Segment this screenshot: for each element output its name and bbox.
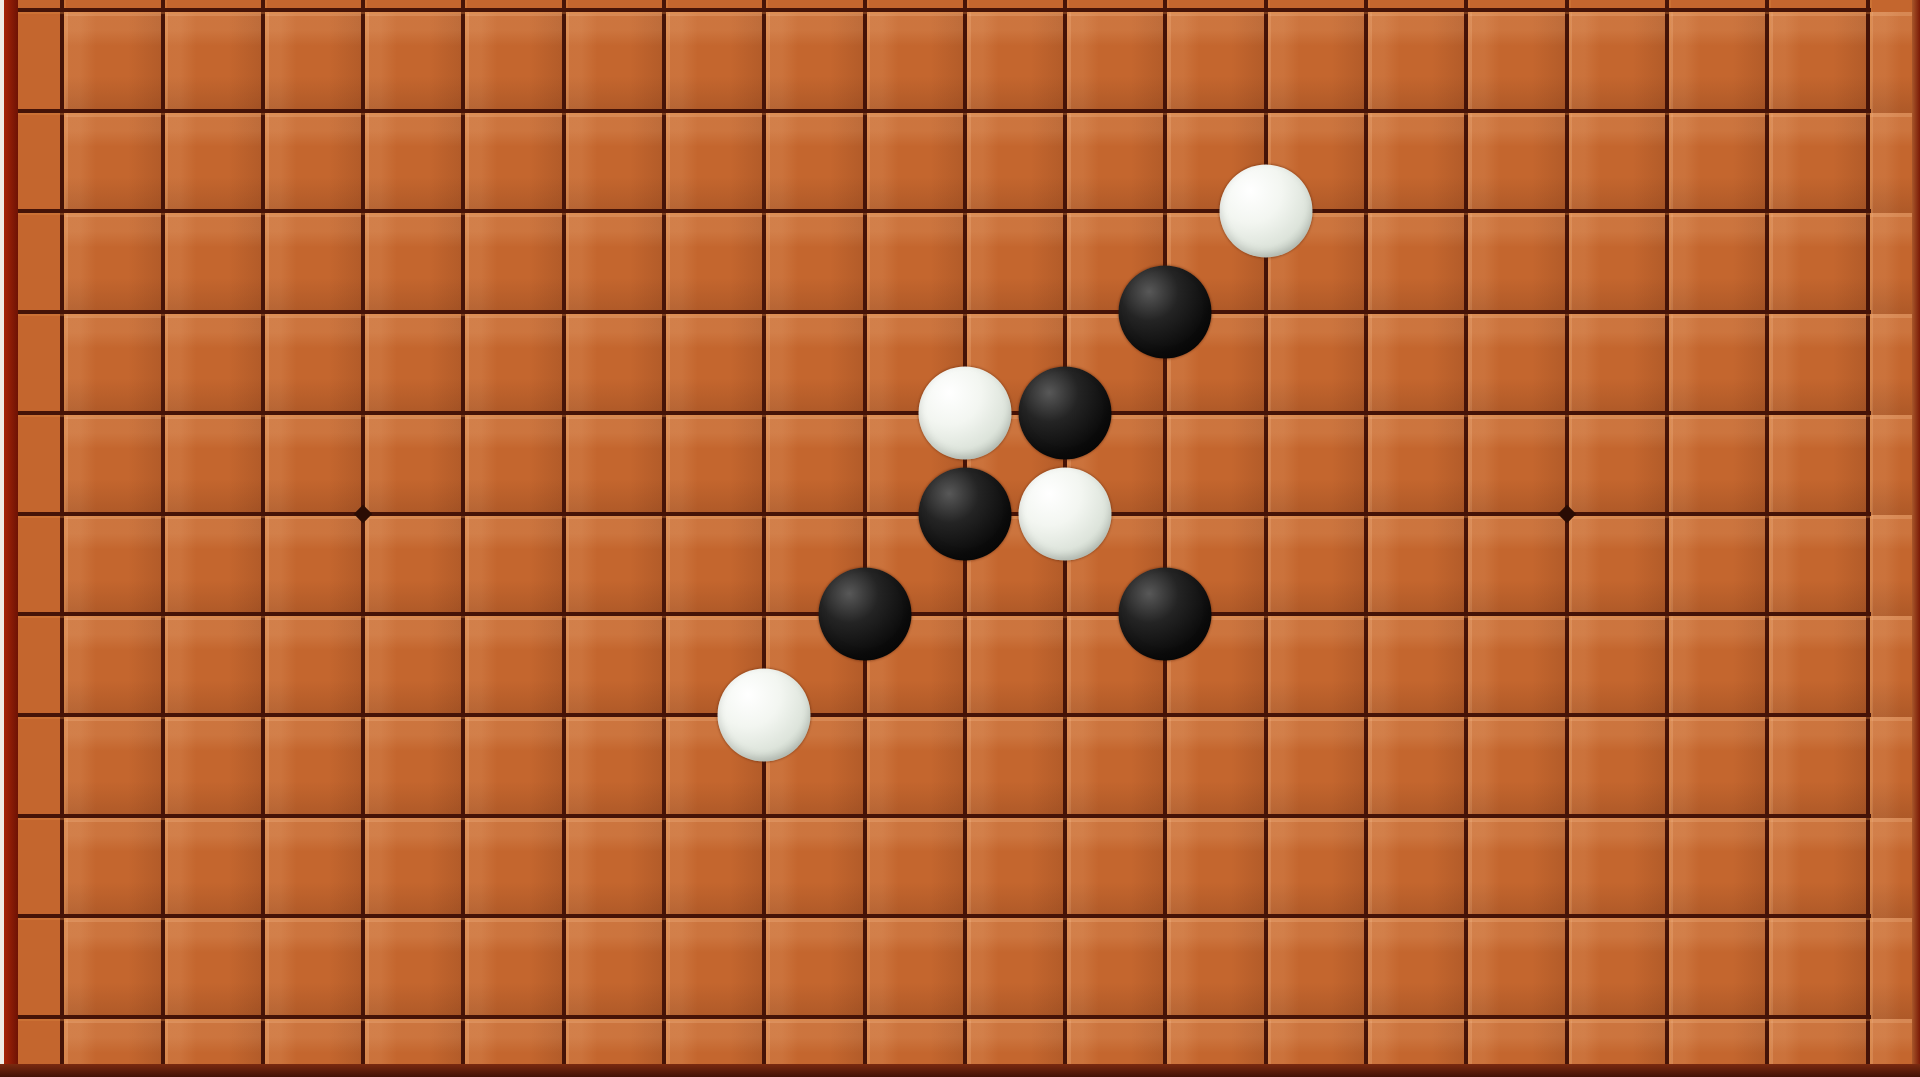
grid-hline-12 — [14, 814, 1871, 818]
stone-white-L10 — [1019, 467, 1112, 560]
grid-hline-4 — [14, 8, 1871, 12]
grid-hline-5 — [14, 109, 1871, 113]
grid-hline-7 — [14, 310, 1871, 314]
stone-white-K11 — [918, 366, 1011, 459]
gomoku-board[interactable] — [0, 0, 1920, 1077]
stone-black-M9 — [1119, 568, 1212, 661]
grid-hline-14 — [14, 1015, 1871, 1019]
stone-black-K10 — [918, 467, 1011, 560]
board-bottom-edge-line — [0, 1064, 1920, 1077]
star-point-3-9 — [354, 504, 372, 522]
stone-white-H8 — [718, 668, 811, 761]
stone-white-N13 — [1219, 165, 1312, 258]
stone-black-M12 — [1119, 266, 1212, 359]
grid-hline-13 — [14, 914, 1871, 918]
stone-black-J9 — [818, 568, 911, 661]
board-left-border — [4, 0, 18, 1077]
star-point-15-9 — [1557, 504, 1575, 522]
grid-hline-10 — [14, 612, 1871, 616]
grid-hline-11 — [14, 713, 1871, 717]
board-right-border — [1912, 0, 1920, 1077]
stone-black-L11 — [1019, 366, 1112, 459]
grid-hline-6 — [14, 209, 1871, 213]
